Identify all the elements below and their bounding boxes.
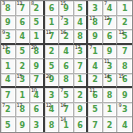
cage-sum-label: 12 (46, 103, 51, 108)
sudoku-cell-r6c1[interactable]: 4 (1, 74, 16, 89)
sudoku-cell-r2c5[interactable]: 73 (59, 16, 74, 31)
sudoku-cell-r3c7[interactable]: 9 (88, 30, 103, 45)
cell-digit: 8 (49, 121, 55, 132)
sudoku-cell-r5c9[interactable]: 8 (117, 59, 132, 74)
cell-digit: 4 (34, 91, 40, 102)
cell-digit: 6 (34, 105, 40, 116)
cell-digit: 8 (20, 105, 26, 116)
cell-digit: 3 (49, 91, 55, 102)
cell-digit: 4 (107, 4, 113, 15)
sudoku-cell-r5c8[interactable]: 113 (103, 59, 118, 74)
cell-digit: 2 (34, 4, 40, 15)
sudoku-cell-r1c5[interactable]: 159 (59, 1, 74, 16)
cage-sum-label: 11 (46, 30, 51, 35)
cell-digit: 9 (63, 4, 69, 15)
cell-digit: 7 (20, 4, 26, 15)
cage-sum-label: 20 (46, 74, 51, 79)
cell-digit: 1 (49, 18, 55, 29)
sudoku-cell-r9c2[interactable]: 9 (16, 117, 31, 132)
cell-digit: 3 (107, 62, 113, 73)
cage-sum-label: 8 (31, 1, 34, 6)
sudoku-cell-r2c9[interactable]: 2 (117, 16, 132, 31)
cell-digit: 4 (20, 32, 26, 43)
cell-digit: 3 (5, 32, 11, 43)
sudoku-cell-r6c6[interactable]: 1 (74, 74, 89, 89)
cell-digit: 1 (77, 75, 83, 86)
sudoku-cell-r9c6[interactable]: 6 (74, 117, 89, 132)
cage-sum-label: 11 (104, 59, 109, 64)
cage-sum-label: 11 (89, 88, 94, 93)
cell-digit: 2 (107, 121, 113, 132)
cage-sum-label: 16 (60, 30, 65, 35)
cell-digit: 9 (122, 91, 128, 102)
cell-digit: 5 (34, 18, 40, 29)
cell-digit: 6 (92, 91, 98, 102)
sudoku-cell-r1c1[interactable]: 38 (1, 1, 16, 16)
sudoku-cell-r3c5[interactable]: 162 (59, 30, 74, 45)
cage-sum-label: 9 (2, 30, 5, 35)
sudoku-cell-r7c2[interactable]: 1 (16, 88, 31, 103)
sudoku-cell-r3c9[interactable]: 125 (117, 30, 132, 45)
cell-digit: 9 (107, 47, 113, 58)
sudoku-cell-r3c2[interactable]: 4 (16, 30, 31, 45)
cell-digit: 8 (107, 91, 113, 102)
cage-sum-label: 15 (17, 74, 22, 79)
sudoku-cell-r2c2[interactable]: 6 (16, 16, 31, 31)
sudoku-cell-r6c2[interactable]: 153 (16, 74, 31, 89)
cell-digit: 7 (122, 47, 128, 58)
sudoku-cell-r4c2[interactable]: 5 (16, 45, 31, 60)
cell-digit: 4 (122, 121, 128, 132)
sudoku-cell-r2c3[interactable]: 5 (30, 16, 45, 31)
cell-digit: 8 (63, 75, 69, 86)
cell-digit: 8 (92, 18, 98, 29)
cell-digit: 6 (107, 32, 113, 43)
cage-sum-label: 16 (60, 103, 65, 108)
cell-digit: 1 (5, 62, 11, 73)
cell-digit: 4 (5, 75, 11, 86)
sudoku-cell-r7c1[interactable]: 7 (1, 88, 16, 103)
cell-digit: 9 (77, 105, 83, 116)
sudoku-cell-r2c6[interactable]: 4 (74, 16, 89, 31)
sudoku-cell-r1c8[interactable]: 74 (103, 1, 118, 16)
sudoku-cell-r1c9[interactable]: 1 (117, 1, 132, 16)
cell-digit: 7 (49, 32, 55, 43)
cell-digit: 5 (92, 105, 98, 116)
cage-sum-label: 3 (2, 1, 5, 6)
sudoku-cell-r1c3[interactable]: 82 (30, 1, 45, 16)
sudoku-cell-r9c9[interactable]: 4 (117, 117, 132, 132)
cage-sum-label: 17 (17, 103, 22, 108)
sudoku-cell-r8c6[interactable]: 9 (74, 103, 89, 118)
sudoku-cell-r9c8[interactable]: 2 (103, 117, 118, 132)
cage-sum-label: 12 (104, 16, 109, 21)
sudoku-cell-r6c7[interactable]: 2 (88, 74, 103, 89)
sudoku-cell-r6c3[interactable]: 7 (30, 74, 45, 89)
sudoku-cell-r8c3[interactable]: 6 (30, 103, 45, 118)
sudoku-cell-r4c5[interactable]: 4 (59, 45, 74, 60)
sudoku-cell-r2c8[interactable]: 127 (103, 16, 118, 31)
sudoku-cell-r8c9[interactable]: 93 (117, 103, 132, 118)
cell-digit: 1 (107, 105, 113, 116)
sudoku-cell-r3c1[interactable]: 93 (1, 30, 16, 45)
cell-digit: 5 (122, 32, 128, 43)
cage-sum-label: 7 (60, 88, 63, 93)
sudoku-cell-r9c4[interactable]: 8 (45, 117, 60, 132)
sudoku-cell-r7c5[interactable]: 75 (59, 88, 74, 103)
sudoku-cell-r2c1[interactable]: 9 (1, 16, 16, 31)
cell-digit: 7 (92, 121, 98, 132)
cell-digit: 3 (20, 75, 26, 86)
cell-digit: 1 (92, 47, 98, 58)
sudoku-cell-r7c4[interactable]: 3 (45, 88, 60, 103)
cage-sum-label: 15 (60, 1, 65, 6)
cell-digit: 4 (63, 47, 69, 58)
cell-digit: 1 (63, 121, 69, 132)
sudoku-cell-r5c3[interactable]: 9 (30, 59, 45, 74)
sudoku-cell-r8c2[interactable]: 178 (16, 103, 31, 118)
sudoku-cell-r4c4[interactable]: 2 (45, 45, 60, 60)
sudoku-cell-r1c7[interactable]: 3 (88, 1, 103, 16)
sudoku-cell-r5c4[interactable]: 5 (45, 59, 60, 74)
sudoku-cell-r2c7[interactable]: 178 (88, 16, 103, 31)
cell-digit: 1 (34, 32, 40, 43)
sudoku-cell-r3c6[interactable]: 8 (74, 30, 89, 45)
cell-digit: 5 (107, 75, 113, 86)
cage-sum-label: 15 (118, 74, 123, 79)
sudoku-cell-r1c4[interactable]: 6 (45, 1, 60, 16)
sudoku-cell-r7c8[interactable]: 8 (103, 88, 118, 103)
sudoku-cell-r4c6[interactable]: 173 (74, 45, 89, 60)
sudoku-cell-r3c3[interactable]: 1 (30, 30, 45, 45)
cage-sum-label: 9 (118, 103, 121, 108)
cell-digit: 4 (92, 62, 98, 73)
cell-digit: 7 (5, 91, 11, 102)
cell-digit: 2 (122, 18, 128, 29)
cell-digit: 2 (63, 32, 69, 43)
cell-digit: 7 (63, 105, 69, 116)
cell-digit: 4 (77, 18, 83, 29)
cage-sum-label: 13 (17, 1, 22, 6)
cage-sum-label: 10 (31, 88, 36, 93)
sudoku-cell-r9c7[interactable]: 7 (88, 117, 103, 132)
sudoku-cell-r4c8[interactable]: 9 (103, 45, 118, 60)
cell-digit: 5 (5, 121, 11, 132)
sudoku-cell-r6c8[interactable]: 145 (103, 74, 118, 89)
sudoku-cell-r3c4[interactable]: 117 (45, 30, 60, 45)
cage-sum-label: 7 (2, 103, 5, 108)
cell-digit: 5 (77, 4, 83, 15)
cell-digit: 5 (63, 91, 69, 102)
sudoku-cell-r7c9[interactable]: 9 (117, 88, 132, 103)
cell-digit: 6 (49, 4, 55, 15)
sudoku-cell-r8c7[interactable]: 5 (88, 103, 103, 118)
cell-digit: 2 (92, 75, 98, 86)
sudoku-cell-r9c3[interactable]: 3 (30, 117, 45, 132)
cell-digit: 3 (92, 4, 98, 15)
cell-digit: 2 (20, 62, 26, 73)
cell-digit: 5 (20, 47, 26, 58)
cage-sum-label: 17 (89, 16, 94, 21)
cell-digit: 2 (5, 105, 11, 116)
sudoku-cell-r3c8[interactable]: 6 (103, 30, 118, 45)
sudoku-cell-r9c1[interactable]: 5 (1, 117, 16, 132)
sudoku-cell-r9c5[interactable]: 141 (59, 117, 74, 132)
cell-digit: 6 (63, 62, 69, 73)
sudoku-cell-r6c9[interactable]: 156 (117, 74, 132, 89)
sudoku-cell-r1c2[interactable]: 137 (16, 1, 31, 16)
cell-digit: 8 (34, 47, 40, 58)
cell-digit: 9 (20, 121, 26, 132)
cage-sum-label: 13 (2, 45, 7, 50)
sudoku-cell-r5c6[interactable]: 7 (74, 59, 89, 74)
cage-sum-label: 7 (89, 45, 92, 50)
cell-digit: 1 (122, 4, 128, 15)
sudoku-cell-r7c6[interactable]: 2 (74, 88, 89, 103)
sudoku-cell-r8c4[interactable]: 124 (45, 103, 60, 118)
cage-sum-label: 7 (104, 1, 107, 6)
cell-digit: 9 (92, 32, 98, 43)
cell-digit: 1 (20, 91, 26, 102)
cell-digit: 8 (122, 62, 128, 73)
cell-digit: 3 (34, 121, 40, 132)
cage-sum-label: 12 (118, 30, 123, 35)
cage-sum-label: 7 (60, 16, 63, 21)
sudoku-cell-r5c2[interactable]: 2 (16, 59, 31, 74)
cell-digit: 6 (20, 18, 26, 29)
sudoku-cell-r5c1[interactable]: 1 (1, 59, 16, 74)
sudoku-cell-r4c1[interactable]: 136 (1, 45, 16, 60)
cell-digit: 9 (49, 75, 55, 86)
cell-digit: 9 (5, 18, 11, 29)
cage-sum-label: 20 (31, 45, 36, 50)
sudoku-cell-r2c4[interactable]: 1 (45, 16, 60, 31)
sudoku-cell-r6c5[interactable]: 8 (59, 74, 74, 89)
sudoku-cell-r7c7[interactable]: 116 (88, 88, 103, 103)
cage-sum-label: 14 (60, 117, 65, 122)
cell-digit: 5 (49, 62, 55, 73)
sudoku-cell-r5c7[interactable]: 4 (88, 59, 103, 74)
cell-digit: 2 (49, 47, 55, 58)
cell-digit: 6 (5, 47, 11, 58)
cell-digit: 2 (77, 91, 83, 102)
sudoku-cell-r5c5[interactable]: 6 (59, 59, 74, 74)
sudoku-cell-r4c7[interactable]: 71 (88, 45, 103, 60)
cell-digit: 7 (107, 18, 113, 29)
cell-digit: 3 (122, 105, 128, 116)
sudoku-cell-r8c5[interactable]: 167 (59, 103, 74, 118)
cell-digit: 8 (77, 32, 83, 43)
sudoku-cell-r1c6[interactable]: 5 (74, 1, 89, 16)
cage-sum-label: 17 (75, 45, 80, 50)
cell-digit: 4 (49, 105, 55, 116)
sudoku-cell-r4c3[interactable]: 208 (30, 45, 45, 60)
cell-digit: 8 (5, 4, 11, 15)
sudoku-board: 3813782615953741965173417812729341117162… (0, 0, 133, 133)
sudoku-cell-r8c1[interactable]: 72 (1, 103, 16, 118)
cell-digit: 3 (77, 47, 83, 58)
cell-digit: 9 (34, 62, 40, 73)
cell-digit: 6 (77, 121, 83, 132)
sudoku-cell-r6c4[interactable]: 209 (45, 74, 60, 89)
cell-digit: 7 (34, 75, 40, 86)
sudoku-cell-r8c8[interactable]: 1 (103, 103, 118, 118)
cell-digit: 3 (63, 18, 69, 29)
cell-digit: 6 (122, 75, 128, 86)
sudoku-cell-r7c3[interactable]: 104 (30, 88, 45, 103)
cell-digit: 7 (77, 62, 83, 73)
cage-sum-label: 14 (104, 74, 109, 79)
sudoku-cell-r4c9[interactable]: 7 (117, 45, 132, 60)
